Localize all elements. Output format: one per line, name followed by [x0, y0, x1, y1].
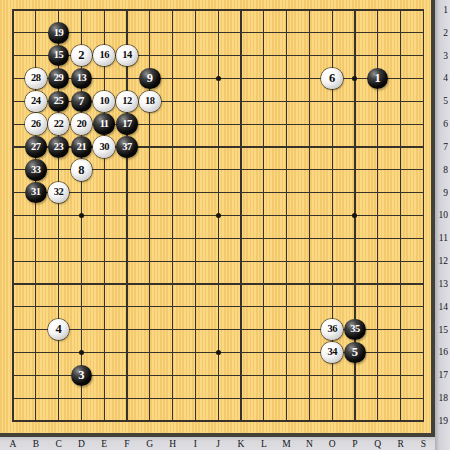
stone-black-5: 5 — [344, 341, 367, 364]
move-number: 31 — [31, 187, 41, 198]
move-number: 37 — [122, 141, 132, 152]
stone-black-9: 9 — [138, 67, 161, 90]
move-number: 24 — [31, 96, 41, 107]
stone-black-31: 31 — [24, 181, 47, 204]
stone-black-33: 33 — [24, 158, 47, 181]
move-number: 9 — [147, 72, 153, 85]
row-label-13: 13 — [439, 279, 449, 289]
stone-white-22: 22 — [47, 113, 70, 136]
stone-black-11: 11 — [93, 113, 116, 136]
stone-white-12: 12 — [116, 90, 139, 113]
star-point — [344, 204, 367, 227]
col-label-C: C — [53, 439, 65, 449]
move-number: 35 — [350, 324, 360, 335]
stone-white-10: 10 — [93, 90, 116, 113]
row-label-11: 11 — [439, 233, 448, 243]
move-number: 19 — [54, 27, 64, 38]
go-diagram-screen: 1234567891011121314151617181920212223242… — [0, 0, 450, 450]
move-number: 12 — [122, 96, 132, 107]
col-label-O: O — [326, 439, 338, 449]
star-point — [344, 67, 367, 90]
col-label-L: L — [258, 439, 270, 449]
stone-white-32: 32 — [47, 181, 70, 204]
row-label-8: 8 — [443, 165, 448, 175]
row-label-3: 3 — [443, 51, 448, 61]
row-label-18: 18 — [439, 393, 449, 403]
row-label-17: 17 — [439, 370, 449, 380]
move-number: 21 — [77, 141, 87, 152]
row-label-12: 12 — [439, 256, 449, 266]
stone-white-8: 8 — [70, 158, 93, 181]
move-number: 18 — [145, 96, 155, 107]
move-number: 16 — [99, 50, 109, 61]
move-number: 30 — [99, 141, 109, 152]
row-label-7: 7 — [443, 142, 448, 152]
row-label-5: 5 — [443, 96, 448, 106]
move-number: 29 — [54, 73, 64, 84]
col-label-G: G — [144, 439, 156, 449]
stone-black-23: 23 — [47, 136, 70, 159]
move-number: 28 — [31, 73, 41, 84]
stone-white-30: 30 — [93, 136, 116, 159]
stone-white-14: 14 — [116, 44, 139, 67]
stone-grid: 1234567891011121314151617181920212223242… — [2, 0, 435, 432]
col-label-E: E — [98, 439, 110, 449]
stone-black-29: 29 — [47, 67, 70, 90]
move-number: 7 — [78, 95, 84, 108]
stone-white-34: 34 — [321, 341, 344, 364]
col-label-B: B — [30, 439, 42, 449]
move-number: 5 — [352, 346, 358, 359]
move-number: 14 — [122, 50, 132, 61]
stone-black-21: 21 — [70, 136, 93, 159]
move-number: 10 — [99, 96, 109, 107]
move-number: 1 — [375, 72, 381, 85]
row-coordinate-gutter: 12345678910111213141516171819 — [435, 0, 450, 450]
col-label-M: M — [281, 439, 293, 449]
stone-white-2: 2 — [70, 44, 93, 67]
stone-black-19: 19 — [47, 21, 70, 44]
stone-black-3: 3 — [70, 364, 93, 387]
col-label-J: J — [212, 439, 224, 449]
stone-white-26: 26 — [24, 113, 47, 136]
row-label-14: 14 — [439, 302, 449, 312]
row-label-4: 4 — [443, 73, 448, 83]
stone-white-28: 28 — [24, 67, 47, 90]
stone-white-36: 36 — [321, 318, 344, 341]
col-label-I: I — [189, 439, 201, 449]
move-number: 36 — [327, 324, 337, 335]
col-label-D: D — [75, 439, 87, 449]
stone-black-35: 35 — [344, 318, 367, 341]
stone-white-24: 24 — [24, 90, 47, 113]
col-label-N: N — [303, 439, 315, 449]
move-number: 2 — [78, 49, 84, 62]
col-label-Q: Q — [372, 439, 384, 449]
stone-white-18: 18 — [138, 90, 161, 113]
star-point — [207, 341, 230, 364]
move-number: 32 — [54, 187, 64, 198]
stone-black-27: 27 — [24, 136, 47, 159]
stone-white-6: 6 — [321, 67, 344, 90]
move-number: 25 — [54, 96, 64, 107]
stone-black-7: 7 — [70, 90, 93, 113]
row-label-15: 15 — [439, 325, 449, 335]
star-point — [207, 204, 230, 227]
move-number: 22 — [54, 118, 64, 129]
move-number: 11 — [100, 118, 109, 129]
move-number: 34 — [327, 347, 337, 358]
stone-white-20: 20 — [70, 113, 93, 136]
col-label-A: A — [7, 439, 19, 449]
stone-white-16: 16 — [93, 44, 116, 67]
stone-black-25: 25 — [47, 90, 70, 113]
row-label-9: 9 — [443, 188, 448, 198]
row-label-10: 10 — [439, 210, 449, 220]
stone-black-13: 13 — [70, 67, 93, 90]
star-point — [70, 204, 93, 227]
star-point — [207, 67, 230, 90]
col-label-R: R — [395, 439, 407, 449]
move-number: 3 — [78, 369, 84, 382]
move-number: 20 — [77, 118, 87, 129]
move-number: 8 — [78, 163, 84, 176]
star-point — [70, 341, 93, 364]
stone-black-37: 37 — [116, 136, 139, 159]
stone-white-4: 4 — [47, 318, 70, 341]
move-number: 26 — [31, 118, 41, 129]
move-number: 6 — [329, 72, 335, 85]
row-label-6: 6 — [443, 119, 448, 129]
col-label-K: K — [235, 439, 247, 449]
move-number: 17 — [122, 118, 132, 129]
row-label-16: 16 — [439, 347, 449, 357]
col-label-H: H — [167, 439, 179, 449]
move-number: 23 — [54, 141, 64, 152]
col-label-F: F — [121, 439, 133, 449]
row-label-19: 19 — [439, 416, 449, 426]
row-label-1: 1 — [443, 5, 448, 15]
col-label-S: S — [417, 439, 429, 449]
stone-black-1: 1 — [366, 67, 389, 90]
move-number: 13 — [77, 73, 87, 84]
stone-black-17: 17 — [116, 113, 139, 136]
stone-black-15: 15 — [47, 44, 70, 67]
move-number: 33 — [31, 164, 41, 175]
move-number: 27 — [31, 141, 41, 152]
go-board[interactable]: 1234567891011121314151617181920212223242… — [0, 0, 435, 437]
move-number: 4 — [55, 323, 61, 336]
move-number: 15 — [54, 50, 64, 61]
row-label-2: 2 — [443, 28, 448, 38]
col-label-P: P — [349, 439, 361, 449]
column-coordinate-strip: ABCDEFGHIJKLMNOPQRS — [0, 437, 435, 450]
